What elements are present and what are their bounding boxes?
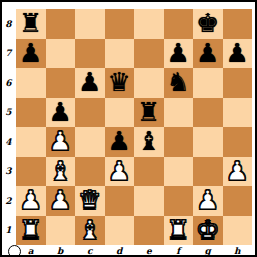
file-label-d: d (105, 244, 135, 257)
white-king-g1[interactable]: ♚ (196, 216, 219, 246)
rank-labels: 87654321 (2, 9, 15, 245)
black-pawn-b5[interactable]: ♟ (49, 98, 72, 128)
square-e2[interactable] (134, 186, 164, 216)
square-c7[interactable] (75, 39, 105, 69)
square-f5[interactable] (164, 98, 194, 128)
white-bishop-b3[interactable]: ♝ (49, 157, 72, 187)
square-d4[interactable]: ♟ (105, 127, 135, 157)
square-h8[interactable] (223, 9, 253, 39)
square-e7[interactable] (134, 39, 164, 69)
square-a5[interactable] (16, 98, 46, 128)
white-pawn-h3[interactable]: ♟ (226, 157, 249, 187)
square-f6[interactable]: ♞ (164, 68, 194, 98)
rank-label-5: 5 (2, 98, 15, 128)
square-d1[interactable] (105, 216, 135, 246)
white-bishop-c1[interactable]: ♝ (78, 216, 101, 246)
rank-label-6: 6 (2, 68, 15, 98)
file-label-c: c (75, 244, 105, 257)
square-e6[interactable] (134, 68, 164, 98)
square-c1[interactable]: ♝ (75, 216, 105, 246)
rank-label-3: 3 (2, 157, 15, 187)
black-pawn-h7[interactable]: ♟ (226, 39, 249, 69)
square-d3[interactable]: ♟ (105, 157, 135, 187)
rank-label-4: 4 (2, 127, 15, 157)
black-rook-e5[interactable]: ♜ (137, 98, 160, 128)
square-a1[interactable]: ♜ (16, 216, 46, 246)
white-rook-a1[interactable]: ♜ (19, 216, 42, 246)
rank-label-2: 2 (2, 186, 15, 216)
square-c4[interactable] (75, 127, 105, 157)
white-queen-c2[interactable]: ♛ (78, 186, 101, 216)
file-label-g: g (193, 244, 223, 257)
square-h6[interactable] (223, 68, 253, 98)
white-pawn-b4[interactable]: ♟ (49, 127, 72, 157)
square-b4[interactable]: ♟ (46, 127, 76, 157)
file-labels: abcdefgh (16, 244, 252, 257)
rank-label-7: 7 (2, 39, 15, 69)
square-e8[interactable] (134, 9, 164, 39)
square-h1[interactable] (223, 216, 253, 246)
square-g5[interactable] (193, 98, 223, 128)
file-label-h: h (223, 244, 253, 257)
black-knight-f6[interactable]: ♞ (167, 68, 190, 98)
square-g2[interactable]: ♟ (193, 186, 223, 216)
square-e5[interactable]: ♜ (134, 98, 164, 128)
square-d5[interactable] (105, 98, 135, 128)
square-e4[interactable]: ♝ (134, 127, 164, 157)
square-a6[interactable] (16, 68, 46, 98)
square-f7[interactable]: ♟ (164, 39, 194, 69)
black-pawn-c6[interactable]: ♟ (78, 68, 101, 98)
square-a3[interactable] (16, 157, 46, 187)
square-b3[interactable]: ♝ (46, 157, 76, 187)
square-c8[interactable] (75, 9, 105, 39)
black-rook-a8[interactable]: ♜ (19, 9, 42, 39)
black-pawn-g7[interactable]: ♟ (196, 39, 219, 69)
square-f1[interactable]: ♜ (164, 216, 194, 246)
file-label-b: b (46, 244, 76, 257)
black-bishop-e4[interactable]: ♝ (137, 127, 160, 157)
white-pawn-d3[interactable]: ♟ (108, 157, 131, 187)
square-b6[interactable] (46, 68, 76, 98)
file-label-f: f (164, 244, 194, 257)
chess-board[interactable]: ♜♚♟♟♟♟♟♛♞♟♜♟♟♝♝♟♟♟♟♛♟♜♝♜♚ (16, 9, 252, 245)
square-c3[interactable] (75, 157, 105, 187)
square-d7[interactable] (105, 39, 135, 69)
square-f3[interactable] (164, 157, 194, 187)
square-d8[interactable] (105, 9, 135, 39)
black-queen-d6[interactable]: ♛ (108, 68, 131, 98)
square-h5[interactable] (223, 98, 253, 128)
square-d6[interactable]: ♛ (105, 68, 135, 98)
square-g3[interactable] (193, 157, 223, 187)
square-b2[interactable]: ♟ (46, 186, 76, 216)
square-e3[interactable] (134, 157, 164, 187)
square-a2[interactable]: ♟ (16, 186, 46, 216)
square-c2[interactable]: ♛ (75, 186, 105, 216)
square-a4[interactable] (16, 127, 46, 157)
square-g4[interactable] (193, 127, 223, 157)
square-b5[interactable]: ♟ (46, 98, 76, 128)
black-pawn-a7[interactable]: ♟ (19, 39, 42, 69)
square-g8[interactable]: ♚ (193, 9, 223, 39)
white-to-move-indicator (8, 245, 21, 257)
chess-diagram: 87654321 ♜♚♟♟♟♟♟♛♞♟♜♟♟♝♝♟♟♟♟♛♟♜♝♜♚ abcde… (0, 0, 257, 257)
black-pawn-f7[interactable]: ♟ (167, 39, 190, 69)
white-pawn-b2[interactable]: ♟ (49, 186, 72, 216)
square-c6[interactable]: ♟ (75, 68, 105, 98)
black-king-g8[interactable]: ♚ (196, 9, 219, 39)
square-b7[interactable] (46, 39, 76, 69)
white-rook-f1[interactable]: ♜ (167, 216, 190, 246)
square-f2[interactable] (164, 186, 194, 216)
square-e1[interactable] (134, 216, 164, 246)
rank-label-1: 1 (2, 216, 15, 246)
white-pawn-g2[interactable]: ♟ (196, 186, 219, 216)
white-pawn-a2[interactable]: ♟ (19, 186, 42, 216)
square-g7[interactable]: ♟ (193, 39, 223, 69)
black-pawn-d4[interactable]: ♟ (108, 127, 131, 157)
square-h3[interactable]: ♟ (223, 157, 253, 187)
square-f8[interactable] (164, 9, 194, 39)
square-h4[interactable] (223, 127, 253, 157)
square-g6[interactable] (193, 68, 223, 98)
square-a8[interactable]: ♜ (16, 9, 46, 39)
square-d2[interactable] (105, 186, 135, 216)
square-c5[interactable] (75, 98, 105, 128)
rank-label-8: 8 (2, 9, 15, 39)
square-f4[interactable] (164, 127, 194, 157)
square-a7[interactable]: ♟ (16, 39, 46, 69)
square-h7[interactable]: ♟ (223, 39, 253, 69)
file-label-e: e (134, 244, 164, 257)
square-b8[interactable] (46, 9, 76, 39)
square-h2[interactable] (223, 186, 253, 216)
square-b1[interactable] (46, 216, 76, 246)
square-g1[interactable]: ♚ (193, 216, 223, 246)
